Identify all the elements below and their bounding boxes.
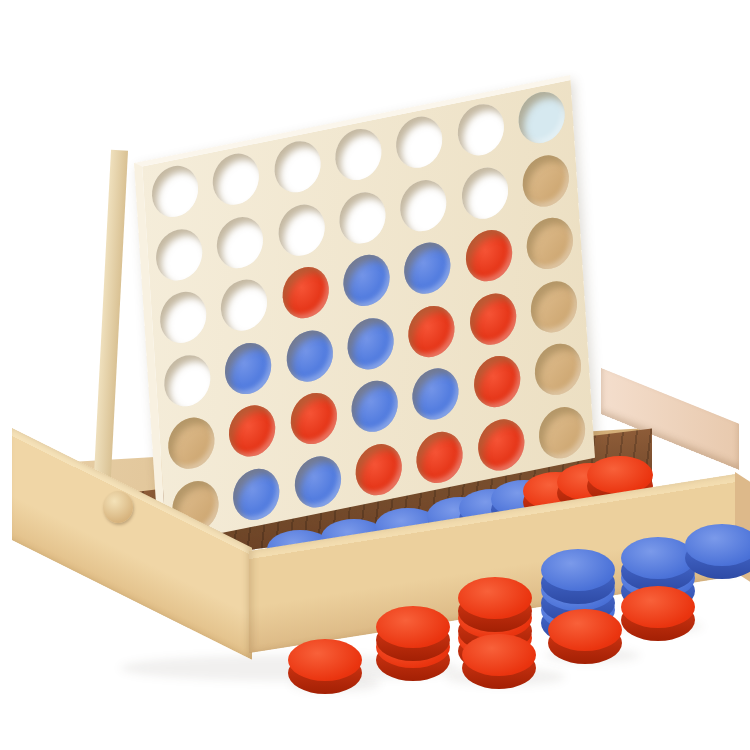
red-disc-loose[interactable] — [458, 577, 532, 632]
disc-face — [288, 639, 362, 681]
disc-face — [621, 537, 695, 579]
disc-face — [376, 606, 450, 648]
scene — [0, 0, 750, 750]
red-disc-loose[interactable] — [288, 639, 362, 694]
red-disc-loose[interactable] — [548, 609, 622, 664]
blue-disc-loose[interactable] — [621, 537, 695, 592]
disc-face — [548, 609, 622, 651]
red-disc-loose[interactable] — [621, 586, 695, 641]
blue-disc-loose[interactable] — [541, 549, 615, 604]
disc-face — [541, 549, 615, 591]
loose-disc-area — [0, 0, 750, 750]
red-disc-loose[interactable] — [462, 634, 536, 689]
disc-face — [462, 634, 536, 676]
red-disc-loose[interactable] — [376, 606, 450, 661]
blue-disc-loose[interactable] — [685, 524, 750, 579]
disc-face — [685, 524, 750, 566]
disc-face — [621, 586, 695, 628]
disc-face — [458, 577, 532, 619]
